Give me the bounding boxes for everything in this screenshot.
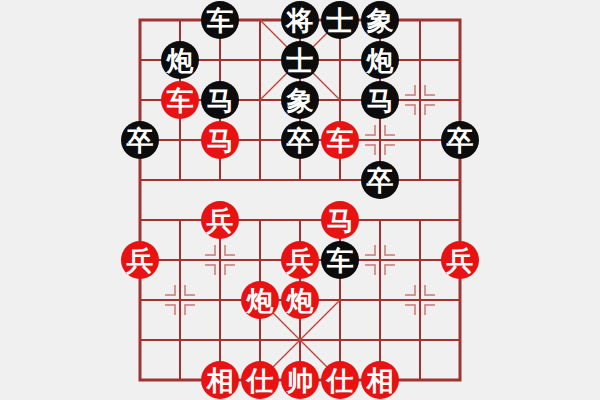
piece-black-general[interactable]: 将 — [281, 1, 319, 39]
piece-black-horse[interactable]: 马 — [361, 81, 399, 119]
piece-red-advisor[interactable]: 仕 — [241, 361, 279, 399]
piece-red-advisor[interactable]: 仕 — [321, 361, 359, 399]
piece-red-cannon[interactable]: 炮 — [281, 281, 319, 319]
piece-red-soldier[interactable]: 兵 — [201, 201, 239, 239]
piece-red-elephant[interactable]: 相 — [201, 361, 239, 399]
piece-black-elephant[interactable]: 象 — [281, 81, 319, 119]
piece-black-horse[interactable]: 马 — [201, 81, 239, 119]
piece-red-soldier[interactable]: 兵 — [281, 241, 319, 279]
piece-black-soldier[interactable]: 卒 — [441, 121, 479, 159]
piece-red-soldier[interactable]: 兵 — [441, 241, 479, 279]
piece-black-advisor[interactable]: 士 — [321, 1, 359, 39]
piece-red-general[interactable]: 帅 — [281, 361, 319, 399]
piece-black-soldier[interactable]: 卒 — [121, 121, 159, 159]
piece-red-horse[interactable]: 马 — [321, 201, 359, 239]
pieces-layer: 车将士象炮士炮车马象马卒马卒车卒卒兵马兵兵车兵炮炮相仕帅仕相 — [0, 0, 600, 400]
piece-black-soldier[interactable]: 卒 — [281, 121, 319, 159]
xiangqi-board: 车将士象炮士炮车马象马卒马卒车卒卒兵马兵兵车兵炮炮相仕帅仕相 — [0, 0, 600, 400]
piece-black-chariot[interactable]: 车 — [321, 241, 359, 279]
piece-black-soldier[interactable]: 卒 — [361, 161, 399, 199]
piece-black-cannon[interactable]: 炮 — [161, 41, 199, 79]
piece-black-chariot[interactable]: 车 — [201, 1, 239, 39]
piece-black-elephant[interactable]: 象 — [361, 1, 399, 39]
piece-red-elephant[interactable]: 相 — [361, 361, 399, 399]
piece-red-chariot[interactable]: 车 — [321, 121, 359, 159]
piece-red-soldier[interactable]: 兵 — [121, 241, 159, 279]
piece-red-horse[interactable]: 马 — [201, 121, 239, 159]
piece-red-cannon[interactable]: 炮 — [241, 281, 279, 319]
piece-black-advisor[interactable]: 士 — [281, 41, 319, 79]
piece-red-chariot[interactable]: 车 — [161, 81, 199, 119]
piece-black-cannon[interactable]: 炮 — [361, 41, 399, 79]
